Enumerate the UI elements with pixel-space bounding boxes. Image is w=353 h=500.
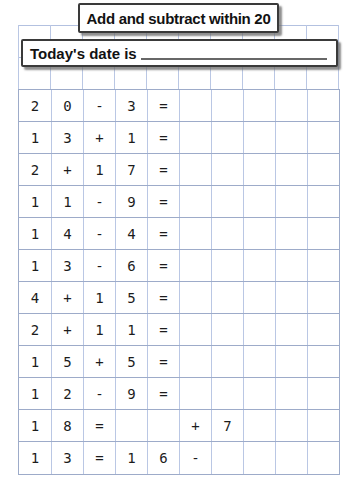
answer-cell bbox=[243, 186, 275, 217]
answer-cell bbox=[275, 314, 307, 345]
answer-cell bbox=[307, 218, 339, 249]
worksheet-title-box: Add and subtract within 20 bbox=[78, 3, 279, 33]
problem-cell: 1 bbox=[83, 282, 115, 313]
answer-cell bbox=[307, 186, 339, 217]
answer-cell bbox=[307, 122, 339, 153]
problem-cell: 1 bbox=[83, 154, 115, 185]
problem-cell: 6 bbox=[115, 250, 147, 281]
answer-cell bbox=[307, 378, 339, 409]
problem-cell: 3 bbox=[51, 442, 83, 474]
problem-cell: 2 bbox=[51, 378, 83, 409]
problem-cell: + bbox=[179, 410, 211, 441]
answer-cell bbox=[243, 90, 275, 121]
answer-cell bbox=[243, 442, 275, 474]
problem-cell: + bbox=[83, 122, 115, 153]
answer-cell bbox=[211, 378, 243, 409]
problem-cell: = bbox=[147, 346, 179, 377]
problem-cell: 1 bbox=[19, 218, 51, 249]
answer-cell bbox=[307, 314, 339, 345]
problem-cell: 7 bbox=[115, 154, 147, 185]
problem-cell: 2 bbox=[19, 314, 51, 345]
answer-cell bbox=[179, 122, 211, 153]
problem-cell: 1 bbox=[19, 186, 51, 217]
answer-cell bbox=[307, 442, 339, 474]
problem-cell: 8 bbox=[51, 410, 83, 441]
answer-cell bbox=[179, 218, 211, 249]
answer-cell bbox=[275, 282, 307, 313]
worksheet-page: Add and subtract within 20 Today's date … bbox=[0, 0, 353, 500]
problem-cell: - bbox=[83, 186, 115, 217]
problem-row: 13=16- bbox=[19, 442, 339, 474]
answer-cell bbox=[179, 90, 211, 121]
problem-cell: 6 bbox=[147, 442, 179, 474]
problem-row: 20-3= bbox=[19, 90, 339, 122]
answer-cell bbox=[243, 282, 275, 313]
answer-cell bbox=[243, 154, 275, 185]
answer-cell bbox=[211, 218, 243, 249]
problem-cell: 3 bbox=[51, 250, 83, 281]
answer-cell bbox=[243, 250, 275, 281]
problem-cell: + bbox=[51, 282, 83, 313]
problem-cell: 5 bbox=[115, 282, 147, 313]
problem-row: 11-9= bbox=[19, 186, 339, 218]
answer-cell bbox=[243, 346, 275, 377]
answer-cell bbox=[275, 378, 307, 409]
answer-cell bbox=[307, 346, 339, 377]
problem-cell: = bbox=[147, 154, 179, 185]
problem-cell: + bbox=[51, 154, 83, 185]
problem-row: 13-6= bbox=[19, 250, 339, 282]
answer-cell bbox=[211, 282, 243, 313]
answer-cell bbox=[307, 154, 339, 185]
answer-cell bbox=[179, 186, 211, 217]
answer-cell bbox=[275, 154, 307, 185]
problem-cell: = bbox=[147, 282, 179, 313]
answer-cell bbox=[275, 346, 307, 377]
date-label: Today's date is bbox=[30, 45, 137, 62]
problem-cell: - bbox=[83, 218, 115, 249]
answer-cell bbox=[211, 154, 243, 185]
answer-cell bbox=[243, 122, 275, 153]
problem-cell: - bbox=[179, 442, 211, 474]
problem-cell: 2 bbox=[19, 154, 51, 185]
problem-cell: 4 bbox=[115, 218, 147, 249]
problems-grid: 20-3=13+1=2+17=11-9=14-4=13-6=4+15=2+11=… bbox=[18, 89, 340, 475]
answer-cell bbox=[211, 314, 243, 345]
answer-cell bbox=[275, 122, 307, 153]
problem-cell: 3 bbox=[51, 122, 83, 153]
date-box: Today's date is bbox=[21, 39, 338, 67]
answer-cell bbox=[147, 410, 179, 441]
problem-cell: 3 bbox=[115, 90, 147, 121]
problem-cell: = bbox=[83, 442, 115, 474]
problem-cell: - bbox=[83, 90, 115, 121]
answer-cell bbox=[275, 410, 307, 441]
problem-cell: 9 bbox=[115, 378, 147, 409]
problem-cell: 4 bbox=[19, 282, 51, 313]
problem-cell: 5 bbox=[51, 346, 83, 377]
answer-cell bbox=[179, 154, 211, 185]
date-blank-line bbox=[141, 58, 327, 60]
problem-row: 2+11= bbox=[19, 314, 339, 346]
problem-cell: = bbox=[147, 90, 179, 121]
answer-cell bbox=[307, 90, 339, 121]
answer-cell bbox=[179, 314, 211, 345]
problem-cell: 1 bbox=[51, 186, 83, 217]
answer-cell bbox=[115, 410, 147, 441]
problem-cell: 1 bbox=[19, 250, 51, 281]
answer-cell bbox=[179, 378, 211, 409]
answer-cell bbox=[211, 442, 243, 474]
problem-row: 18=+7 bbox=[19, 410, 339, 442]
problem-row: 14-4= bbox=[19, 218, 339, 250]
problem-cell: 1 bbox=[19, 346, 51, 377]
problem-cell: = bbox=[147, 218, 179, 249]
worksheet-title: Add and subtract within 20 bbox=[87, 10, 271, 27]
answer-cell bbox=[179, 346, 211, 377]
problem-cell: + bbox=[51, 314, 83, 345]
answer-cell bbox=[307, 250, 339, 281]
problem-cell: 1 bbox=[19, 442, 51, 474]
problem-cell: 1 bbox=[19, 378, 51, 409]
answer-cell bbox=[307, 410, 339, 441]
problem-row: 4+15= bbox=[19, 282, 339, 314]
problem-cell: 5 bbox=[115, 346, 147, 377]
problem-cell: = bbox=[147, 250, 179, 281]
answer-cell bbox=[275, 90, 307, 121]
problem-cell: 2 bbox=[19, 90, 51, 121]
answer-cell bbox=[275, 442, 307, 474]
answer-cell bbox=[275, 186, 307, 217]
answer-cell bbox=[211, 122, 243, 153]
problem-cell: 7 bbox=[211, 410, 243, 441]
problem-cell: 4 bbox=[51, 218, 83, 249]
answer-cell bbox=[211, 346, 243, 377]
answer-cell bbox=[179, 282, 211, 313]
problem-cell: 1 bbox=[115, 442, 147, 474]
answer-cell bbox=[243, 410, 275, 441]
answer-cell bbox=[243, 314, 275, 345]
problem-cell: + bbox=[83, 346, 115, 377]
problem-cell: 1 bbox=[115, 122, 147, 153]
answer-cell bbox=[179, 250, 211, 281]
problem-cell: 1 bbox=[83, 314, 115, 345]
problem-cell: 9 bbox=[115, 186, 147, 217]
problem-cell: - bbox=[83, 378, 115, 409]
answer-cell bbox=[211, 250, 243, 281]
problem-cell: = bbox=[147, 378, 179, 409]
problem-cell: 0 bbox=[51, 90, 83, 121]
answer-cell bbox=[243, 378, 275, 409]
problem-cell: - bbox=[83, 250, 115, 281]
answer-cell bbox=[211, 186, 243, 217]
problem-cell: = bbox=[83, 410, 115, 441]
problem-cell: = bbox=[147, 314, 179, 345]
problem-row: 12-9= bbox=[19, 378, 339, 410]
answer-cell bbox=[211, 90, 243, 121]
answer-cell bbox=[275, 218, 307, 249]
problem-row: 13+1= bbox=[19, 122, 339, 154]
problem-cell: 1 bbox=[19, 410, 51, 441]
problem-row: 15+5= bbox=[19, 346, 339, 378]
answer-cell bbox=[275, 250, 307, 281]
problem-cell: 1 bbox=[115, 314, 147, 345]
answer-cell bbox=[243, 218, 275, 249]
answer-cell bbox=[307, 282, 339, 313]
problem-cell: 1 bbox=[19, 122, 51, 153]
problem-cell: = bbox=[147, 186, 179, 217]
problem-cell: = bbox=[147, 122, 179, 153]
problem-row: 2+17= bbox=[19, 154, 339, 186]
